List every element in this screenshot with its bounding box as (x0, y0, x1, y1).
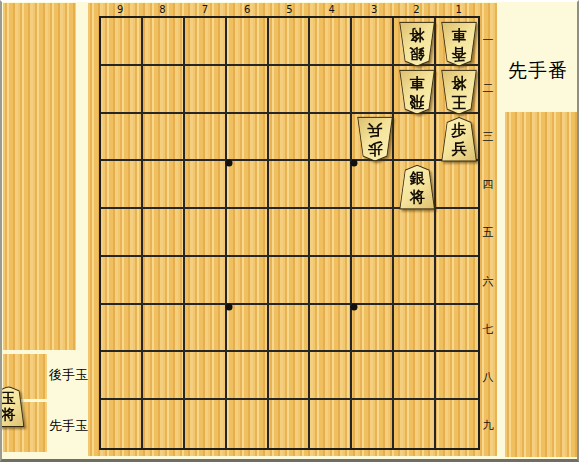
piece-kanji: 銀 (410, 44, 425, 63)
rank-label: 八 (480, 354, 496, 402)
board-grid: 銀将香車飛車王将歩兵歩兵銀将 (99, 16, 480, 450)
board-cell[interactable] (185, 305, 227, 353)
board-cell[interactable] (227, 257, 269, 305)
shogi-piece-3三[interactable]: 歩兵 (357, 117, 394, 162)
file-label: 5 (268, 3, 310, 16)
rank-label: 九 (480, 402, 496, 450)
board-cell[interactable] (310, 352, 352, 400)
board-cell[interactable] (227, 305, 269, 353)
board-cell[interactable] (436, 257, 478, 305)
board-cell[interactable] (352, 400, 394, 448)
board-cell[interactable] (436, 400, 478, 448)
piece-kanji: 兵 (452, 140, 467, 159)
board-cell[interactable] (185, 257, 227, 305)
gote-komadai (3, 3, 76, 350)
file-label: 3 (353, 3, 395, 16)
board-cell[interactable] (352, 209, 394, 257)
board-cell[interactable] (101, 257, 143, 305)
shogi-piece-1一[interactable]: 香車 (441, 21, 478, 66)
piece-kanji: 将 (2, 406, 16, 423)
board-cell[interactable] (185, 161, 227, 209)
board-cell[interactable] (101, 161, 143, 209)
rank-label: 七 (480, 305, 496, 353)
rank-label: 六 (480, 257, 496, 305)
board-cell[interactable] (352, 352, 394, 400)
board-cell[interactable] (310, 18, 352, 66)
board-cell[interactable] (352, 161, 394, 209)
file-labels: 987654321 (99, 3, 480, 16)
shogi-piece-2二[interactable]: 飛車 (399, 69, 436, 114)
board-cell[interactable] (101, 400, 143, 448)
piece-kanji: 王 (452, 91, 467, 110)
board-cell[interactable] (143, 114, 185, 162)
rank-label: 五 (480, 209, 496, 257)
board-cell[interactable] (101, 114, 143, 162)
board-cell[interactable] (185, 209, 227, 257)
board-cell[interactable] (310, 209, 352, 257)
piece-kanji: 車 (452, 25, 467, 44)
board-cell[interactable] (269, 352, 311, 400)
piece-kanji: 歩 (452, 121, 467, 140)
file-label: 1 (438, 3, 480, 16)
file-label: 4 (311, 3, 353, 16)
sente-king-tray-label: 先手玉 (49, 417, 88, 435)
board-cell[interactable] (352, 66, 394, 114)
board-cell[interactable] (101, 352, 143, 400)
board-cell[interactable] (394, 352, 436, 400)
board-cell[interactable] (269, 66, 311, 114)
board-cell[interactable] (143, 352, 185, 400)
board-cell[interactable] (436, 209, 478, 257)
board-cell[interactable] (310, 161, 352, 209)
shogi-piece-2一[interactable]: 銀将 (399, 21, 436, 66)
board-cell[interactable] (310, 66, 352, 114)
gote-king-tray-label: 後手玉 (49, 366, 88, 384)
board-cell[interactable] (185, 352, 227, 400)
shogi-piece-in-tray[interactable]: 玉将 (0, 386, 25, 427)
board-cell[interactable] (227, 161, 269, 209)
board-cell[interactable] (352, 305, 394, 353)
turn-indicator: 先手番 (508, 58, 568, 84)
board-cell[interactable] (185, 18, 227, 66)
board-cell[interactable] (143, 400, 185, 448)
board-cell[interactable] (352, 18, 394, 66)
shogi-app-window: 後手玉 玉将 先手玉 987654321 一二三四五六七八九 銀将香車飛車王将歩… (0, 0, 579, 462)
board-cell[interactable] (227, 352, 269, 400)
board-cell[interactable] (227, 18, 269, 66)
file-label: 7 (184, 3, 226, 16)
board-cell[interactable] (310, 305, 352, 353)
sente-komadai (505, 112, 578, 457)
file-label: 2 (395, 3, 437, 16)
piece-kanji: 将 (452, 73, 467, 92)
board-cell[interactable] (394, 257, 436, 305)
board-cell[interactable] (227, 114, 269, 162)
board-cell[interactable] (269, 18, 311, 66)
board-cell[interactable] (101, 18, 143, 66)
piece-kanji: 車 (410, 73, 425, 92)
piece-kanji: 将 (410, 187, 425, 206)
shogi-piece-2四[interactable]: 銀将 (399, 165, 436, 210)
board-cell[interactable] (227, 400, 269, 448)
board-cell[interactable] (143, 66, 185, 114)
board-cell[interactable] (436, 305, 478, 353)
board-cell[interactable] (269, 209, 311, 257)
board-cell[interactable] (394, 400, 436, 448)
board-cell[interactable] (269, 400, 311, 448)
board-cell[interactable] (143, 18, 185, 66)
board-cell[interactable] (436, 161, 478, 209)
piece-kanji: 玉 (2, 389, 16, 406)
board-cell[interactable] (185, 114, 227, 162)
board-cell[interactable] (143, 161, 185, 209)
board-cell[interactable] (101, 66, 143, 114)
file-label: 9 (99, 3, 141, 16)
board-cell[interactable] (269, 114, 311, 162)
board-cell[interactable] (185, 66, 227, 114)
piece-kanji: 歩 (368, 139, 383, 158)
piece-kanji: 兵 (368, 120, 383, 139)
rank-label: 二 (480, 64, 496, 112)
rank-label: 四 (480, 161, 496, 209)
board-cell[interactable] (436, 352, 478, 400)
file-label: 6 (226, 3, 268, 16)
file-label: 8 (141, 3, 183, 16)
board-cell[interactable] (269, 161, 311, 209)
board-cell[interactable] (269, 257, 311, 305)
board-cell[interactable] (394, 209, 436, 257)
piece-kanji: 将 (410, 25, 425, 44)
board-cell[interactable] (101, 305, 143, 353)
board-cell[interactable] (310, 114, 352, 162)
piece-kanji: 香 (452, 44, 467, 63)
board-cell[interactable] (143, 257, 185, 305)
rank-label: 一 (480, 16, 496, 64)
sente-king-tray[interactable]: 玉将 (3, 402, 47, 452)
board-cell[interactable] (143, 209, 185, 257)
board-cell[interactable] (227, 66, 269, 114)
board-cell[interactable] (310, 400, 352, 448)
shogi-board: 987654321 一二三四五六七八九 銀将香車飛車王将歩兵歩兵銀将 (88, 3, 497, 456)
shogi-piece-1三[interactable]: 歩兵 (441, 117, 478, 162)
board-cell[interactable] (227, 209, 269, 257)
piece-kanji: 飛 (410, 91, 425, 110)
piece-kanji: 銀 (410, 169, 425, 188)
shogi-piece-1二[interactable]: 王将 (441, 69, 478, 114)
board-cell[interactable] (310, 257, 352, 305)
board-cell[interactable] (352, 257, 394, 305)
board-cell[interactable] (394, 114, 436, 162)
board-cell[interactable] (269, 305, 311, 353)
board-cell[interactable] (394, 305, 436, 353)
board-cell[interactable] (101, 209, 143, 257)
board-cell[interactable] (185, 400, 227, 448)
board-cell[interactable] (143, 305, 185, 353)
rank-label: 三 (480, 112, 496, 160)
rank-labels: 一二三四五六七八九 (480, 16, 496, 450)
